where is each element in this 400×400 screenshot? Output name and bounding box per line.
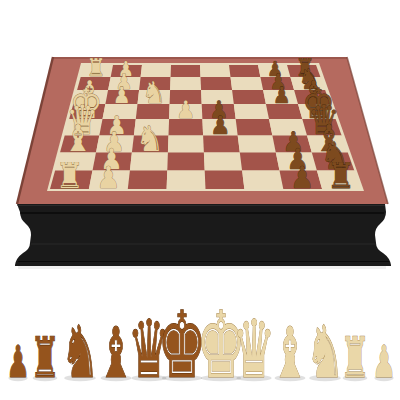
ground-shadow — [18, 266, 386, 269]
square-f6[interactable] — [232, 90, 266, 104]
white-pawn-a2[interactable]: ♟ — [97, 160, 121, 195]
square-a4[interactable] — [167, 171, 206, 190]
square-b6[interactable] — [240, 153, 280, 171]
light-rook-display: ♜ — [340, 325, 370, 390]
dark-knight-display: ♞ — [61, 310, 100, 394]
white-pawn-e4[interactable]: ♟ — [176, 95, 195, 123]
white-pawn-f2[interactable]: ♟ — [113, 81, 131, 108]
square-h6[interactable] — [229, 65, 260, 77]
piece-lineup: ♟♜♞♝♛♚♚♛♝♞♜♟ — [6, 292, 396, 399]
white-rook-a1[interactable]: ♜ — [56, 155, 84, 196]
white-knight-c3[interactable]: ♞ — [136, 118, 164, 159]
chess-set-product-photo: ♜♟♟♜♞♟♟♝♟♞♟♝♚♟♟♚♛♟♟♛♝♟♞♟♝♞♟♟♜♟♟♜ ♟♜♞♝♛♚♚… — [0, 0, 400, 400]
dark-rook-display: ♜ — [30, 325, 60, 390]
square-g5[interactable] — [201, 77, 233, 90]
white-bishop-c1[interactable]: ♝ — [64, 117, 93, 159]
square-b4[interactable] — [167, 153, 204, 171]
black-pawn-d5[interactable]: ♟ — [210, 111, 230, 141]
square-e6[interactable] — [234, 104, 269, 119]
square-g4[interactable] — [170, 77, 201, 90]
square-a3[interactable] — [128, 171, 168, 190]
board-box-base — [15, 204, 391, 269]
black-pawn-f7[interactable]: ♟ — [273, 81, 291, 108]
square-c4[interactable] — [168, 136, 204, 153]
black-pawn-a7[interactable]: ♟ — [290, 160, 314, 195]
black-rook-a8[interactable]: ♜ — [327, 155, 355, 196]
square-a5[interactable] — [205, 171, 245, 190]
square-h5[interactable] — [200, 65, 231, 77]
dark-pawn-display: ♟ — [6, 336, 30, 388]
white-knight-f3[interactable]: ♞ — [142, 75, 166, 110]
square-a6[interactable] — [242, 171, 283, 190]
light-knight-display: ♞ — [306, 310, 345, 394]
light-bishop-display: ♝ — [271, 312, 309, 394]
chess-scene: ♜♟♟♜♞♟♟♝♟♞♟♝♚♟♟♚♛♟♟♛♝♟♞♟♝♞♟♟♜♟♟♜ ♟♜♞♝♛♚♚… — [0, 0, 400, 400]
square-d6[interactable] — [236, 119, 273, 136]
square-h4[interactable] — [171, 65, 201, 77]
square-c6[interactable] — [238, 136, 276, 153]
square-b5[interactable] — [204, 153, 242, 171]
square-g6[interactable] — [231, 77, 264, 90]
light-queen-display: ♛ — [232, 303, 275, 396]
light-pawn-display: ♟ — [372, 336, 396, 388]
